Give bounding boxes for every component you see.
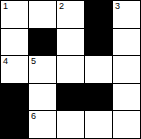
crossword-cell[interactable]: 3 [113, 1, 140, 28]
crossword-cell[interactable] [85, 111, 112, 138]
crossword-cell[interactable] [57, 56, 84, 83]
crossword-cell[interactable]: 5 [29, 56, 56, 83]
crossword-grid: 123456 [0, 0, 141, 139]
crossword-cell[interactable] [57, 29, 84, 56]
block-cell [57, 84, 84, 111]
crossword-cell[interactable] [29, 84, 56, 111]
crossword-cell[interactable]: 1 [1, 1, 28, 28]
crossword-cell[interactable]: 2 [57, 1, 84, 28]
block-cell [29, 29, 56, 56]
crossword-cell[interactable] [85, 56, 112, 83]
crossword-cell[interactable] [113, 84, 140, 111]
crossword-cell[interactable] [113, 56, 140, 83]
block-cell [85, 29, 112, 56]
crossword-cell[interactable] [57, 111, 84, 138]
clue-number: 5 [31, 56, 36, 67]
clue-number: 1 [3, 1, 8, 12]
block-cell [85, 1, 112, 28]
clue-number: 6 [31, 111, 36, 122]
block-cell [1, 111, 28, 138]
crossword-cell[interactable] [113, 111, 140, 138]
crossword-cell[interactable]: 6 [29, 111, 56, 138]
block-cell [85, 84, 112, 111]
crossword-cell[interactable] [1, 29, 28, 56]
clue-number: 4 [3, 56, 8, 67]
crossword-cell[interactable] [113, 29, 140, 56]
clue-number: 2 [59, 1, 64, 12]
clue-number: 3 [115, 1, 120, 12]
block-cell [1, 84, 28, 111]
crossword-cell[interactable]: 4 [1, 56, 28, 83]
crossword-cell[interactable] [29, 1, 56, 28]
